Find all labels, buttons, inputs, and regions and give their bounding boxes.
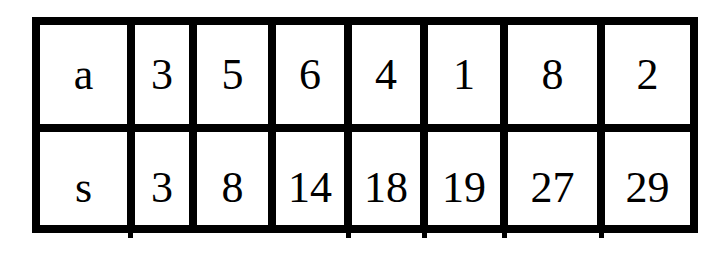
tick-mark: [346, 233, 351, 238]
cell-s-value-4: 18: [352, 132, 420, 225]
cell-s-value-5: 19: [428, 132, 500, 225]
cell-a-value-3: 6: [276, 25, 344, 124]
cell-a-value-1: 3: [135, 25, 189, 124]
cell-a-value-4: 4: [352, 25, 420, 124]
tick-mark: [502, 233, 507, 238]
cell-a-label: a: [40, 25, 127, 124]
cell-a-value-7: 2: [605, 25, 690, 124]
cell-s-value-3: 14: [276, 132, 344, 225]
cell-s-value-1: 3: [135, 132, 189, 225]
cell-s-value-7: 29: [605, 132, 690, 225]
cell-a-value-6: 8: [508, 25, 597, 124]
cell-a-value-2: 5: [197, 25, 268, 124]
cell-s-value-2: 8: [197, 132, 268, 225]
cell-s-value-6: 27: [508, 132, 597, 225]
tick-mark: [599, 233, 604, 238]
tick-mark: [422, 233, 427, 238]
cell-a-value-5: 1: [428, 25, 500, 124]
cell-s-label: s: [40, 132, 127, 225]
tick-mark: [128, 233, 133, 238]
prefix-sum-table: a 3 5 6 4 1 8 2 s 3 8 14 18 19 27 29: [32, 17, 698, 233]
